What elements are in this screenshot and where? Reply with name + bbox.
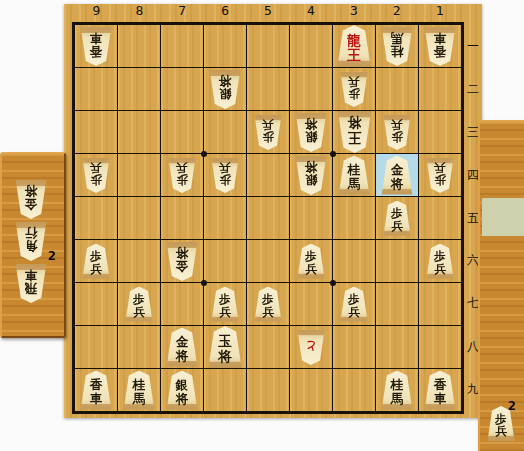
piece-gote-香車[interactable]: 香車 — [423, 27, 457, 66]
square-59[interactable] — [247, 369, 289, 411]
square-82[interactable] — [118, 68, 160, 110]
square-42[interactable] — [290, 68, 332, 110]
square-18[interactable] — [419, 326, 461, 368]
piece-kanji: 桂馬 — [133, 375, 146, 404]
piece-kanji: 龍王 — [347, 30, 361, 61]
square-34[interactable]: 桂馬 — [333, 154, 375, 196]
square-99[interactable]: 香車 — [75, 369, 117, 411]
square-79[interactable]: 銀将 — [161, 369, 203, 411]
square-43[interactable]: 銀将 — [290, 111, 332, 153]
square-86[interactable] — [118, 240, 160, 282]
square-74[interactable]: 歩兵 — [161, 154, 203, 196]
square-27[interactable] — [376, 283, 418, 325]
square-97[interactable] — [75, 283, 117, 325]
square-36[interactable] — [333, 240, 375, 282]
rank-label-2: 二 — [464, 68, 482, 111]
piece-kanji: 歩兵 — [391, 118, 403, 145]
piece-kanji: 香車 — [434, 375, 447, 404]
square-46[interactable]: 歩兵 — [290, 240, 332, 282]
square-76[interactable]: 金将 — [161, 240, 203, 282]
piece-sente-歩兵[interactable]: 歩兵 — [253, 287, 283, 322]
piece-sente-香車[interactable]: 香車 — [79, 371, 113, 410]
piece-kanji: 歩兵 — [176, 161, 188, 188]
piece-kanji: 銀将 — [219, 74, 232, 103]
square-54[interactable] — [247, 154, 289, 196]
square-53[interactable]: 歩兵 — [247, 111, 289, 153]
file-label-4: 4 — [289, 3, 332, 19]
piece-gote-王将[interactable]: 王将 — [336, 111, 373, 153]
square-17[interactable] — [419, 283, 461, 325]
hand-slot-gote-角行[interactable]: 角行 — [14, 222, 48, 261]
square-92[interactable] — [75, 68, 117, 110]
square-89[interactable]: 桂馬 — [118, 369, 160, 411]
piece-kanji: 歩兵 — [90, 247, 102, 274]
piece-kanji: 角行 — [25, 227, 38, 256]
file-label-2: 2 — [375, 3, 418, 19]
piece-gote-歩兵[interactable]: 歩兵 — [382, 115, 412, 150]
square-41[interactable] — [290, 25, 332, 67]
square-94[interactable]: 歩兵 — [75, 154, 117, 196]
square-63[interactable] — [204, 111, 246, 153]
piece-kanji: 歩兵 — [434, 247, 446, 274]
square-55[interactable] — [247, 197, 289, 239]
piece-kanji: 銀将 — [305, 117, 318, 146]
square-64[interactable]: 歩兵 — [204, 154, 246, 196]
piece-gote-香車[interactable]: 香車 — [79, 27, 113, 66]
piece-kanji: 銀将 — [176, 375, 189, 404]
piece-gote-歩兵[interactable]: 歩兵 — [167, 158, 197, 193]
star-point — [330, 280, 336, 286]
piece-kanji: 香車 — [434, 31, 447, 60]
piece-sente-歩兵[interactable]: 歩兵 — [210, 287, 240, 322]
rank-label-1: 一 — [464, 25, 482, 68]
sente-hand-stand: 歩兵2 — [478, 120, 524, 451]
piece-sente-歩兵[interactable]: 歩兵 — [339, 287, 369, 322]
square-73[interactable] — [161, 111, 203, 153]
square-66[interactable] — [204, 240, 246, 282]
square-51[interactable] — [247, 25, 289, 67]
piece-sente-歩兵[interactable]: 歩兵 — [425, 244, 455, 279]
square-78[interactable]: 金将 — [161, 326, 203, 368]
gote-hand-stand: 金将角行2飛車 — [0, 152, 66, 338]
square-33[interactable]: 王将 — [333, 111, 375, 153]
square-69[interactable] — [204, 369, 246, 411]
piece-sente-銀将[interactable]: 銀将 — [165, 371, 199, 410]
piece-sente-歩兵[interactable]: 歩兵 — [124, 287, 154, 322]
file-label-1: 1 — [418, 3, 461, 19]
square-62[interactable]: 銀将 — [204, 68, 246, 110]
square-67[interactable]: 歩兵 — [204, 283, 246, 325]
square-37[interactable]: 歩兵 — [333, 283, 375, 325]
piece-gote-歩兵[interactable]: 歩兵 — [210, 158, 240, 193]
file-label-7: 7 — [161, 3, 204, 19]
piece-kanji: 歩兵 — [262, 290, 274, 317]
square-65[interactable] — [204, 197, 246, 239]
square-49[interactable] — [290, 369, 332, 411]
square-88[interactable] — [118, 326, 160, 368]
square-77[interactable] — [161, 283, 203, 325]
square-61[interactable] — [204, 25, 246, 67]
square-19[interactable]: 香車 — [419, 369, 461, 411]
square-72[interactable] — [161, 68, 203, 110]
square-32[interactable]: 歩兵 — [333, 68, 375, 110]
piece-gote-歩兵[interactable]: 歩兵 — [425, 158, 455, 193]
square-39[interactable] — [333, 369, 375, 411]
piece-kanji: 歩兵 — [348, 75, 360, 102]
piece-kanji: 桂馬 — [391, 375, 404, 404]
square-85[interactable] — [118, 197, 160, 239]
square-24[interactable]: 金将 — [376, 154, 418, 196]
piece-kanji: 金将 — [391, 160, 404, 189]
file-label-6: 6 — [204, 3, 247, 19]
piece-gote-銀将[interactable]: 銀将 — [208, 70, 242, 109]
stand-highlight-slot — [482, 198, 524, 236]
square-84[interactable] — [118, 154, 160, 196]
file-label-3: 3 — [332, 3, 375, 19]
piece-sente-桂馬[interactable]: 桂馬 — [380, 371, 414, 410]
piece-gote-桂馬[interactable]: 桂馬 — [380, 27, 414, 66]
star-point — [201, 280, 207, 286]
piece-gote-歩兵[interactable]: 歩兵 — [81, 158, 111, 193]
piece-sente-歩兵[interactable]: 歩兵 — [382, 201, 412, 236]
piece-gote-銀将[interactable]: 銀将 — [294, 156, 328, 195]
square-23[interactable]: 歩兵 — [376, 111, 418, 153]
square-91[interactable]: 香車 — [75, 25, 117, 67]
piece-kanji: 金将 — [25, 185, 38, 214]
file-label-9: 9 — [75, 3, 118, 19]
square-83[interactable] — [118, 111, 160, 153]
piece-kanji: 金将 — [176, 332, 189, 361]
piece-kanji: 歩兵 — [495, 410, 507, 437]
file-label-5: 5 — [247, 3, 290, 19]
square-13[interactable] — [419, 111, 461, 153]
square-56[interactable] — [247, 240, 289, 282]
hand-count: 2 — [508, 398, 516, 413]
piece-kanji: 歩兵 — [219, 290, 231, 317]
piece-kanji: 王将 — [347, 116, 361, 147]
square-12[interactable] — [419, 68, 461, 110]
square-21[interactable]: 桂馬 — [376, 25, 418, 67]
piece-kanji: 桂馬 — [391, 31, 404, 60]
piece-sente-香車[interactable]: 香車 — [423, 371, 457, 410]
piece-sente-桂馬[interactable]: 桂馬 — [122, 371, 156, 410]
piece-kanji: 歩兵 — [348, 290, 360, 317]
square-48[interactable]: と — [290, 326, 332, 368]
piece-sente-歩兵[interactable]: 歩兵 — [296, 244, 326, 279]
square-45[interactable] — [290, 197, 332, 239]
square-15[interactable] — [419, 197, 461, 239]
square-47[interactable] — [290, 283, 332, 325]
file-labels: 987654321 — [75, 3, 461, 19]
piece-gote-角行[interactable]: 角行 — [14, 222, 48, 261]
piece-kanji: 金将 — [176, 246, 189, 275]
star-point — [201, 151, 207, 157]
hand-slot-gote-金将[interactable]: 金将 — [14, 180, 48, 219]
piece-gote-歩兵[interactable]: 歩兵 — [253, 115, 283, 150]
square-14[interactable]: 歩兵 — [419, 154, 461, 196]
square-38[interactable] — [333, 326, 375, 368]
piece-kanji: と — [305, 339, 317, 354]
square-57[interactable]: 歩兵 — [247, 283, 289, 325]
square-35[interactable] — [333, 197, 375, 239]
piece-gote-と[interactable]: と — [296, 330, 326, 365]
piece-kanji: 歩兵 — [305, 247, 317, 274]
piece-sente-金将[interactable]: 金将 — [165, 328, 199, 367]
file-label-8: 8 — [118, 3, 161, 19]
star-point — [330, 151, 336, 157]
square-11[interactable]: 香車 — [419, 25, 461, 67]
square-75[interactable] — [161, 197, 203, 239]
square-95[interactable] — [75, 197, 117, 239]
piece-kanji: 歩兵 — [434, 161, 446, 188]
hand-slot-gote-飛車[interactable]: 飛車 — [14, 264, 48, 303]
square-28[interactable] — [376, 326, 418, 368]
piece-gote-銀将[interactable]: 銀将 — [294, 113, 328, 152]
hand-count: 2 — [48, 248, 56, 263]
board-grid: 香車龍王桂馬香車銀将歩兵歩兵銀将王将歩兵歩兵歩兵歩兵銀将桂馬金将歩兵歩兵歩兵金将… — [72, 22, 464, 414]
square-58[interactable] — [247, 326, 289, 368]
piece-gote-飛車[interactable]: 飛車 — [14, 264, 48, 303]
square-81[interactable] — [118, 25, 160, 67]
piece-kanji: 飛車 — [25, 269, 38, 298]
piece-kanji: 歩兵 — [90, 161, 102, 188]
square-96[interactable]: 歩兵 — [75, 240, 117, 282]
piece-sente-龍王[interactable]: 龍王 — [336, 25, 373, 67]
piece-kanji: 香車 — [90, 375, 103, 404]
piece-sente-玉将[interactable]: 玉将 — [207, 326, 244, 368]
square-68[interactable]: 玉将 — [204, 326, 246, 368]
square-44[interactable]: 銀将 — [290, 154, 332, 196]
square-25[interactable]: 歩兵 — [376, 197, 418, 239]
piece-sente-歩兵[interactable]: 歩兵 — [81, 244, 111, 279]
square-16[interactable]: 歩兵 — [419, 240, 461, 282]
piece-kanji: 歩兵 — [391, 204, 403, 231]
piece-kanji: 玉将 — [218, 331, 232, 362]
piece-gote-金将[interactable]: 金将 — [165, 242, 199, 281]
piece-kanji: 歩兵 — [219, 161, 231, 188]
square-98[interactable] — [75, 326, 117, 368]
piece-kanji: 桂馬 — [348, 160, 361, 189]
square-29[interactable]: 桂馬 — [376, 369, 418, 411]
piece-sente-桂馬[interactable]: 桂馬 — [337, 156, 371, 195]
square-87[interactable]: 歩兵 — [118, 283, 160, 325]
piece-kanji: 歩兵 — [262, 118, 274, 145]
square-31[interactable]: 龍王 — [333, 25, 375, 67]
square-52[interactable] — [247, 68, 289, 110]
piece-sente-金将[interactable]: 金将 — [380, 156, 414, 195]
square-22[interactable] — [376, 68, 418, 110]
square-71[interactable] — [161, 25, 203, 67]
square-26[interactable] — [376, 240, 418, 282]
piece-gote-歩兵[interactable]: 歩兵 — [339, 72, 369, 107]
piece-kanji: 香車 — [90, 31, 103, 60]
square-93[interactable] — [75, 111, 117, 153]
shogi-app: 987654321 香車龍王桂馬香車銀将歩兵歩兵銀将王将歩兵歩兵歩兵歩兵銀将桂馬… — [0, 0, 524, 451]
piece-kanji: 歩兵 — [133, 290, 145, 317]
piece-gote-金将[interactable]: 金将 — [14, 180, 48, 219]
piece-kanji: 銀将 — [305, 160, 318, 189]
